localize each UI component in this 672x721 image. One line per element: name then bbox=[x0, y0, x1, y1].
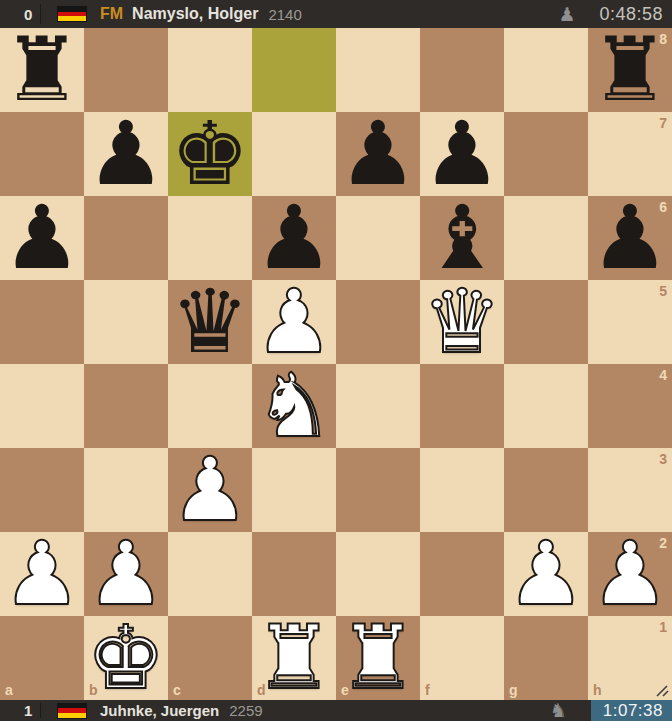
square-d4[interactable]: ♞ bbox=[252, 364, 336, 448]
piece-black-pawn[interactable]: ♟ bbox=[591, 196, 670, 280]
square-h8[interactable]: ♜8 bbox=[588, 28, 672, 112]
coordinate-file-g: g bbox=[509, 682, 518, 698]
square-b7[interactable]: ♟ bbox=[84, 112, 168, 196]
resize-handle-icon[interactable] bbox=[654, 684, 669, 697]
square-b1[interactable]: ♚b bbox=[84, 616, 168, 700]
player-title: FM bbox=[100, 5, 123, 23]
square-c1[interactable]: c bbox=[168, 616, 252, 700]
pawn-icon: ♟ bbox=[558, 5, 575, 24]
square-b5[interactable] bbox=[84, 280, 168, 364]
square-f3[interactable] bbox=[420, 448, 504, 532]
square-a2[interactable]: ♟ bbox=[0, 532, 84, 616]
square-e6[interactable] bbox=[336, 196, 420, 280]
square-e3[interactable] bbox=[336, 448, 420, 532]
square-c6[interactable] bbox=[168, 196, 252, 280]
square-e2[interactable] bbox=[336, 532, 420, 616]
coordinate-rank-8: 8 bbox=[659, 31, 667, 47]
top-player-rating: 2140 bbox=[268, 6, 301, 23]
square-d6[interactable]: ♟ bbox=[252, 196, 336, 280]
square-d2[interactable] bbox=[252, 532, 336, 616]
square-e8[interactable] bbox=[336, 28, 420, 112]
german-flag-icon bbox=[57, 703, 87, 719]
square-c8[interactable] bbox=[168, 28, 252, 112]
piece-black-pawn[interactable]: ♟ bbox=[255, 196, 334, 280]
square-a3[interactable] bbox=[0, 448, 84, 532]
coordinate-file-f: f bbox=[425, 682, 430, 698]
piece-white-queen[interactable]: ♛ bbox=[423, 280, 502, 364]
square-f5[interactable]: ♛ bbox=[420, 280, 504, 364]
square-d3[interactable] bbox=[252, 448, 336, 532]
piece-white-king[interactable]: ♚ bbox=[87, 616, 166, 700]
square-e4[interactable] bbox=[336, 364, 420, 448]
coordinate-file-b: b bbox=[89, 682, 98, 698]
coordinate-file-a: a bbox=[5, 682, 13, 698]
square-d8[interactable] bbox=[252, 28, 336, 112]
square-c2[interactable] bbox=[168, 532, 252, 616]
square-g1[interactable]: g bbox=[504, 616, 588, 700]
square-f1[interactable]: f bbox=[420, 616, 504, 700]
piece-black-king[interactable]: ♚ bbox=[171, 112, 250, 196]
square-b2[interactable]: ♟ bbox=[84, 532, 168, 616]
square-g3[interactable] bbox=[504, 448, 588, 532]
bar-divider bbox=[40, 703, 41, 718]
piece-black-bishop[interactable]: ♝ bbox=[423, 196, 502, 280]
coordinate-rank-4: 4 bbox=[659, 367, 667, 383]
square-d7[interactable] bbox=[252, 112, 336, 196]
square-c5[interactable]: ♛ bbox=[168, 280, 252, 364]
top-player-name[interactable]: Namyslo, Holger bbox=[132, 5, 258, 23]
square-g2[interactable]: ♟ bbox=[504, 532, 588, 616]
square-e5[interactable] bbox=[336, 280, 420, 364]
square-h6[interactable]: ♟6 bbox=[588, 196, 672, 280]
coordinate-rank-6: 6 bbox=[659, 199, 667, 215]
square-c7[interactable]: ♚ bbox=[168, 112, 252, 196]
coordinate-file-d: d bbox=[257, 682, 266, 698]
square-f4[interactable] bbox=[420, 364, 504, 448]
square-d1[interactable]: ♜d bbox=[252, 616, 336, 700]
square-h5[interactable]: 5 bbox=[588, 280, 672, 364]
square-b4[interactable] bbox=[84, 364, 168, 448]
square-h3[interactable]: 3 bbox=[588, 448, 672, 532]
square-a8[interactable]: ♜ bbox=[0, 28, 84, 112]
coordinate-file-h: h bbox=[593, 682, 602, 698]
coordinate-file-e: e bbox=[341, 682, 349, 698]
piece-white-pawn[interactable]: ♟ bbox=[507, 532, 586, 616]
square-a5[interactable] bbox=[0, 280, 84, 364]
piece-white-pawn[interactable]: ♟ bbox=[87, 532, 166, 616]
square-g6[interactable] bbox=[504, 196, 588, 280]
square-a4[interactable] bbox=[0, 364, 84, 448]
piece-black-queen[interactable]: ♛ bbox=[171, 280, 250, 364]
square-f2[interactable] bbox=[420, 532, 504, 616]
square-f7[interactable]: ♟ bbox=[420, 112, 504, 196]
coordinate-rank-2: 2 bbox=[659, 535, 667, 551]
piece-black-pawn[interactable]: ♟ bbox=[3, 196, 82, 280]
coordinate-rank-5: 5 bbox=[659, 283, 667, 299]
chess-board[interactable]: ♜♜8♟♚♟♟7♟♟♝♟6♛♟♛5♞4♟3♟♟♟♟2a♚bc♜d♜efgh1 bbox=[0, 28, 672, 700]
square-e1[interactable]: ♜e bbox=[336, 616, 420, 700]
square-a1[interactable]: a bbox=[0, 616, 84, 700]
square-d5[interactable]: ♟ bbox=[252, 280, 336, 364]
piece-black-rook[interactable]: ♜ bbox=[591, 28, 670, 112]
square-b8[interactable] bbox=[84, 28, 168, 112]
square-g8[interactable] bbox=[504, 28, 588, 112]
square-c3[interactable]: ♟ bbox=[168, 448, 252, 532]
piece-black-pawn[interactable]: ♟ bbox=[339, 112, 418, 196]
square-e7[interactable]: ♟ bbox=[336, 112, 420, 196]
square-c4[interactable] bbox=[168, 364, 252, 448]
square-h7[interactable]: 7 bbox=[588, 112, 672, 196]
coordinate-rank-3: 3 bbox=[659, 451, 667, 467]
square-b3[interactable] bbox=[84, 448, 168, 532]
square-f8[interactable] bbox=[420, 28, 504, 112]
square-a6[interactable]: ♟ bbox=[0, 196, 84, 280]
bottom-player-clock: 1:07:38 bbox=[591, 700, 672, 721]
square-h2[interactable]: ♟2 bbox=[588, 532, 672, 616]
square-h4[interactable]: 4 bbox=[588, 364, 672, 448]
square-b6[interactable] bbox=[84, 196, 168, 280]
piece-black-rook[interactable]: ♜ bbox=[3, 28, 82, 112]
top-player-bar: 0 FM Namyslo, Holger 2140 ♟ 0:48:58 bbox=[0, 0, 672, 28]
piece-white-pawn[interactable]: ♟ bbox=[3, 532, 82, 616]
square-g4[interactable] bbox=[504, 364, 588, 448]
coordinate-rank-1: 1 bbox=[659, 619, 667, 635]
piece-white-knight[interactable]: ♞ bbox=[255, 364, 334, 448]
chess-broadcast-window: 0 FM Namyslo, Holger 2140 ♟ 0:48:58 ♜♜8♟… bbox=[0, 0, 672, 721]
square-a7[interactable] bbox=[0, 112, 84, 196]
square-g5[interactable] bbox=[504, 280, 588, 364]
piece-black-pawn[interactable]: ♟ bbox=[423, 112, 502, 196]
piece-white-pawn[interactable]: ♟ bbox=[591, 532, 670, 616]
knight-icon: ♞ bbox=[550, 701, 567, 720]
piece-white-rook[interactable]: ♜ bbox=[339, 616, 418, 700]
bottom-player-score: 1 bbox=[0, 702, 40, 719]
square-f6[interactable]: ♝ bbox=[420, 196, 504, 280]
coordinate-file-c: c bbox=[173, 682, 181, 698]
piece-white-pawn[interactable]: ♟ bbox=[171, 448, 250, 532]
piece-white-pawn[interactable]: ♟ bbox=[255, 280, 334, 364]
square-g7[interactable] bbox=[504, 112, 588, 196]
piece-white-rook[interactable]: ♜ bbox=[255, 616, 334, 700]
coordinate-rank-7: 7 bbox=[659, 115, 667, 131]
piece-black-pawn[interactable]: ♟ bbox=[87, 112, 166, 196]
